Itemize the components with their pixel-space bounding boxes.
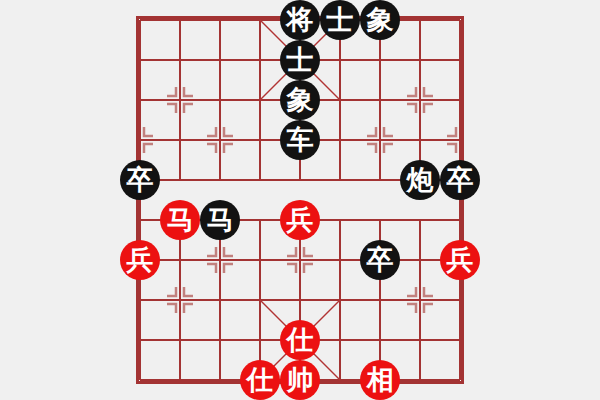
piece-red-advisor[interactable]: 仕 xyxy=(240,360,280,400)
piece-red-soldier[interactable]: 兵 xyxy=(120,240,160,280)
piece-black-chariot[interactable]: 车 xyxy=(280,120,320,160)
piece-black-cannon[interactable]: 炮 xyxy=(400,160,440,200)
piece-red-soldier[interactable]: 兵 xyxy=(280,200,320,240)
piece-red-soldier[interactable]: 兵 xyxy=(440,240,480,280)
piece-black-elephant[interactable]: 象 xyxy=(280,80,320,120)
xiangqi-app: 将士象士象车卒炮卒马马兵兵卒兵仕仕帅相 xyxy=(0,0,600,400)
piece-black-advisor[interactable]: 士 xyxy=(320,0,360,40)
pieces-layer: 将士象士象车卒炮卒马马兵兵卒兵仕仕帅相 xyxy=(120,0,480,400)
piece-black-horse[interactable]: 马 xyxy=(200,200,240,240)
piece-black-general[interactable]: 将 xyxy=(280,0,320,40)
piece-red-general[interactable]: 帅 xyxy=(280,360,320,400)
piece-black-elephant[interactable]: 象 xyxy=(360,0,400,40)
piece-red-elephant[interactable]: 相 xyxy=(360,360,400,400)
piece-black-advisor[interactable]: 士 xyxy=(280,40,320,80)
piece-red-horse[interactable]: 马 xyxy=(160,200,200,240)
piece-black-soldier[interactable]: 卒 xyxy=(440,160,480,200)
piece-black-soldier[interactable]: 卒 xyxy=(120,160,160,200)
piece-red-advisor[interactable]: 仕 xyxy=(280,320,320,360)
piece-black-soldier[interactable]: 卒 xyxy=(360,240,400,280)
